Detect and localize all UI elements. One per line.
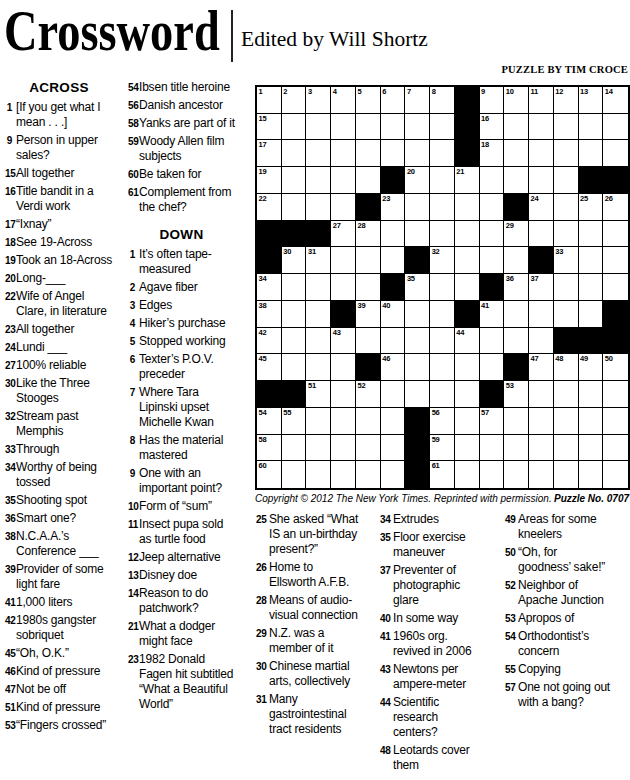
grid-cell-r15c10[interactable] [480,461,505,488]
grid-cell-r10c11[interactable] [504,328,529,355]
grid-cell-r2c15[interactable] [603,114,628,141]
grid-cell-r14c13[interactable] [554,435,579,462]
grid-cell-r15c9[interactable] [455,461,480,488]
grid-cell-r7c11[interactable] [504,247,529,274]
cell-number: 41 [481,301,489,310]
grid-cell-r10c1[interactable]: 42 [257,328,282,355]
grid-cell-r13c8[interactable]: 56 [430,408,455,435]
cell-number: 5 [357,87,361,96]
grid-cell-r2c6[interactable] [381,114,406,141]
grid-cell-r2c8[interactable] [430,114,455,141]
grid-cell-r6c15[interactable] [603,221,628,248]
grid-cell-r11c10[interactable] [480,354,505,381]
clue-text: Insect pupa sold as turtle food [139,517,235,547]
clue-down-29: 29N.Z. was a member of it [256,626,361,656]
grid-cell-r4c1[interactable]: 19 [257,167,282,194]
grid-cell-r9c8[interactable] [430,301,455,328]
grid-cell-r15c5[interactable] [356,461,381,488]
clue-text: Smart one? [16,511,113,526]
grid-cell-r3c15[interactable] [603,140,628,167]
grid-cell-r13c11[interactable] [504,408,529,435]
clue-number: 1 [5,100,16,130]
grid-cell-r11c6[interactable]: 46 [381,354,406,381]
clue-text: Like the Three Stooges [16,376,113,406]
clue-number: 20 [5,271,16,286]
clue-text: Home to Ellsworth A.F.B. [269,560,361,590]
grid-cell-r9c6[interactable]: 40 [381,301,406,328]
grid-cell-r4c13[interactable] [554,167,579,194]
grid-cell-r12c13[interactable] [554,381,579,408]
grid-cell-r9c12[interactable] [529,301,554,328]
grid-cell-r2c14[interactable] [579,114,604,141]
grid-cell-r2c2[interactable] [282,114,307,141]
grid-cell-r7c4[interactable] [331,247,356,274]
clue-text: Provider of some light fare [16,562,113,592]
grid-cell-r9c10[interactable]: 41 [480,301,505,328]
grid-cell-r13c12[interactable] [529,408,554,435]
grid-cell-r14c8[interactable]: 59 [430,435,455,462]
clue-number: 35 [380,530,393,560]
grid-cell-r15c2[interactable] [282,461,307,488]
cell-number: 22 [259,194,267,203]
grid-cell-r12c5[interactable]: 52 [356,381,381,408]
grid-cell-r12c9[interactable] [455,381,480,408]
cell-number: 21 [456,167,464,176]
grid-cell-r14c6[interactable] [381,435,406,462]
cell-number: 4 [333,87,337,96]
grid-cell-r8c1[interactable]: 34 [257,274,282,301]
grid-cell-r15c8[interactable]: 61 [430,461,455,488]
clue-down-49: 49Areas for some kneelers [505,512,610,542]
grid-cell-r15c14[interactable] [579,461,604,488]
grid-cell-r7c14[interactable] [579,247,604,274]
clue-number: 34 [380,512,393,527]
grid-cell-r5c10[interactable] [480,194,505,221]
grid-cell-r7c9[interactable] [455,247,480,274]
grid-cell-r14c10[interactable] [480,435,505,462]
grid-cell-r4c3[interactable] [306,167,331,194]
grid-cell-r5c4[interactable] [331,194,356,221]
grid-cell-r3c5[interactable] [356,140,381,167]
grid-cell-r4c12[interactable] [529,167,554,194]
clue-text: Woody Allen film subjects [139,134,235,164]
grid-cell-r15c4[interactable] [331,461,356,488]
grid-cell-r3c11[interactable] [504,140,529,167]
grid-cell-r11c9[interactable] [455,354,480,381]
cell-number: 35 [407,274,415,283]
grid-cell-r4c5[interactable] [356,167,381,194]
grid-cell-r10c10[interactable] [480,328,505,355]
across-clue-list: 1[If you get what I mean . . .]9Person i… [5,100,113,733]
clue-number: 27 [5,358,16,373]
grid-cell-r1c6[interactable]: 6 [381,87,406,114]
grid-cell-r4c11[interactable] [504,167,529,194]
grid-cell-r6c4[interactable]: 27 [331,221,356,248]
grid-cell-r13c6[interactable] [381,408,406,435]
grid-cell-r1c12[interactable]: 11 [529,87,554,114]
clue-number: 23 [5,322,16,337]
clue-number: 2 [128,280,139,295]
clue-number: 54 [505,629,518,659]
grid-cell-r8c14[interactable] [579,274,604,301]
grid-cell-r15c11[interactable] [504,461,529,488]
grid-cell-r6c8[interactable] [430,221,455,248]
cell-number: 7 [407,87,411,96]
grid-cell-r6c12[interactable] [529,221,554,248]
grid-cell-r11c2[interactable] [282,354,307,381]
grid-cell-r7c2[interactable]: 30 [282,247,307,274]
clue-text: Stopped working [139,334,235,349]
grid-cell-r8c12[interactable]: 37 [529,274,554,301]
crossword-grid: 1234567891011121314151617181920212223242… [255,85,630,490]
grid-cell-r8c4[interactable] [331,274,356,301]
black-square [405,435,430,462]
grid-cell-r6c11[interactable]: 29 [504,221,529,248]
grid-cell-r3c4[interactable] [331,140,356,167]
grid-cell-r1c15[interactable]: 14 [603,87,628,114]
clue-number: 45 [5,646,16,661]
cell-number: 38 [259,301,267,310]
grid-cell-r14c11[interactable] [504,435,529,462]
clue-down-9: 9One with an important point? [128,466,235,496]
cell-number: 19 [259,167,267,176]
cell-number: 20 [407,167,415,176]
clue-number: 39 [5,562,16,592]
grid-cell-r14c12[interactable] [529,435,554,462]
grid-cell-r11c12[interactable]: 47 [529,354,554,381]
clue-down-50: 50“Oh, for goodness’ sake!” [505,545,610,575]
clue-down-48: 48Leotards cover them [380,743,485,773]
across-header: ACROSS [5,80,113,95]
clue-text: Scientific research centers? [393,695,485,740]
grid-cell-r3c14[interactable] [579,140,604,167]
grid-cell-r13c5[interactable] [356,408,381,435]
grid-cell-r1c13[interactable]: 12 [554,87,579,114]
clue-across-39: 39Provider of some light fare [5,562,113,592]
grid-cell-r2c7[interactable] [405,114,430,141]
clue-across-33: 33Through [5,442,113,457]
clue-number: 3 [128,298,139,313]
grid-cell-r3c3[interactable] [306,140,331,167]
black-square [257,221,282,248]
clue-text: Newtons per ampere-meter [393,662,485,692]
grid-cell-r7c5[interactable] [356,247,381,274]
grid-cell-r13c13[interactable] [554,408,579,435]
grid-cell-r9c2[interactable] [282,301,307,328]
grid-cell-r1c1[interactable]: 1 [257,87,282,114]
grid-cell-r2c5[interactable] [356,114,381,141]
grid-cell-r1c2[interactable]: 2 [282,87,307,114]
grid-cell-r7c13[interactable]: 33 [554,247,579,274]
grid-cell-r9c11[interactable] [504,301,529,328]
edited-by-text: Edited by Will Shortz [241,27,428,52]
grid-cell-r10c3[interactable] [306,328,331,355]
grid-cell-r9c3[interactable] [306,301,331,328]
grid-cell-r9c13[interactable] [554,301,579,328]
grid-cell-r8c9[interactable] [455,274,480,301]
grid-cell-r2c11[interactable] [504,114,529,141]
grid-cell-r13c15[interactable] [603,408,628,435]
clue-number: 30 [5,376,16,406]
clue-number: 58 [128,116,139,131]
grid-cell-r12c15[interactable] [603,381,628,408]
grid-cell-r6c10[interactable] [480,221,505,248]
grid-cell-r3c6[interactable] [381,140,406,167]
clue-down-8: 8Has the material mastered [128,433,235,463]
down-clue-column-2: 34Extrudes35Floor exercise maneuver37Pre… [380,512,485,776]
grid-cell-r8c7[interactable]: 35 [405,274,430,301]
grid-cell-r2c12[interactable] [529,114,554,141]
grid-cell-r1c11[interactable]: 10 [504,87,529,114]
clue-across-23: 23All together [5,322,113,337]
grid-cell-r9c7[interactable] [405,301,430,328]
middle-clue-column: 54Ibsen title heroine56Danish ancestor58… [128,80,235,715]
black-square [331,301,356,328]
grid-cell-r7c8[interactable]: 32 [430,247,455,274]
grid-cell-r1c10[interactable]: 9 [480,87,505,114]
grid-cell-r7c10[interactable] [480,247,505,274]
grid-cell-r13c10[interactable]: 57 [480,408,505,435]
grid-cell-r8c3[interactable] [306,274,331,301]
grid-cell-r2c13[interactable] [554,114,579,141]
grid-cell-r1c4[interactable]: 4 [331,87,356,114]
grid-cell-r5c13[interactable] [554,194,579,221]
grid-cell-r13c14[interactable] [579,408,604,435]
grid-cell-r14c15[interactable] [603,435,628,462]
grid-cell-r5c8[interactable] [430,194,455,221]
grid-cell-r15c15[interactable] [603,461,628,488]
cell-number: 2 [283,87,287,96]
grid-cell-r7c6[interactable] [381,247,406,274]
cell-number: 55 [283,408,291,417]
grid-cell-r8c2[interactable] [282,274,307,301]
grid-cell-r15c3[interactable] [306,461,331,488]
clue-number: 57 [505,680,518,710]
clue-across-30: 30Like the Three Stooges [5,376,113,406]
grid-cell-r12c4[interactable] [331,381,356,408]
grid-cell-r11c15[interactable]: 50 [603,354,628,381]
grid-cell-r13c9[interactable] [455,408,480,435]
black-square [603,301,628,328]
grid-cell-r5c12[interactable]: 24 [529,194,554,221]
grid-cell-r3c12[interactable] [529,140,554,167]
grid-cell-r12c12[interactable] [529,381,554,408]
grid-cell-r2c1[interactable]: 15 [257,114,282,141]
grid-cell-r10c7[interactable] [405,328,430,355]
grid-cell-r14c1[interactable]: 58 [257,435,282,462]
grid-cell-r5c9[interactable] [455,194,480,221]
grid-cell-r12c6[interactable] [381,381,406,408]
grid-cell-r14c5[interactable] [356,435,381,462]
black-square [529,247,554,274]
cell-number: 8 [432,87,436,96]
grid-cell-r15c1[interactable]: 60 [257,461,282,488]
grid-cell-r2c3[interactable] [306,114,331,141]
grid-cell-r5c14[interactable]: 25 [579,194,604,221]
grid-cell-r10c2[interactable] [282,328,307,355]
grid-cell-r4c7[interactable]: 20 [405,167,430,194]
grid-cell-r11c8[interactable] [430,354,455,381]
grid-cell-r2c10[interactable]: 16 [480,114,505,141]
clue-number: 11 [128,517,139,547]
grid-cell-r1c7[interactable]: 7 [405,87,430,114]
clue-number: 16 [5,184,16,214]
clue-text: Leotards cover them [393,743,485,773]
grid-cell-r10c4[interactable]: 43 [331,328,356,355]
grid-cell-r4c10[interactable] [480,167,505,194]
grid-cell-r14c2[interactable] [282,435,307,462]
grid-cell-r15c12[interactable] [529,461,554,488]
grid-cell-r9c5[interactable]: 39 [356,301,381,328]
grid-cell-r6c13[interactable] [554,221,579,248]
clue-down-1: 1It’s often tape-measured [128,247,235,277]
grid-cell-r1c5[interactable]: 5 [356,87,381,114]
grid-cell-r12c8[interactable] [430,381,455,408]
grid-cell-r7c3[interactable]: 31 [306,247,331,274]
clue-number: 9 [5,133,16,163]
grid-cell-r5c3[interactable] [306,194,331,221]
grid-cell-r11c3[interactable] [306,354,331,381]
clue-text: Reason to do patchwork? [139,586,235,616]
grid-cell-r13c2[interactable]: 55 [282,408,307,435]
grid-cell-r14c3[interactable] [306,435,331,462]
grid-cell-r11c4[interactable] [331,354,356,381]
grid-cell-r5c6[interactable]: 23 [381,194,406,221]
grid-cell-r3c1[interactable]: 17 [257,140,282,167]
grid-cell-r10c6[interactable] [381,328,406,355]
grid-cell-r5c2[interactable] [282,194,307,221]
clue-down-55: 55Copying [505,662,610,677]
clue-number: 8 [128,433,139,463]
clue-number: 6 [128,352,139,382]
black-square [480,274,505,301]
grid-cell-r5c7[interactable] [405,194,430,221]
grid-cell-r15c13[interactable] [554,461,579,488]
grid-cell-r15c6[interactable] [381,461,406,488]
grid-cell-r4c8[interactable] [430,167,455,194]
cell-number: 14 [605,87,613,96]
grid-cell-r8c15[interactable] [603,274,628,301]
across-clue-list-continued: 54Ibsen title heroine56Danish ancestor58… [128,80,235,215]
clue-across-47: 47Not be off [5,682,113,697]
grid-cell-r8c5[interactable] [356,274,381,301]
grid-cell-r12c7[interactable] [405,381,430,408]
grid-cell-r6c5[interactable]: 28 [356,221,381,248]
cell-number: 6 [382,87,386,96]
grid-cell-r8c8[interactable] [430,274,455,301]
cell-number: 26 [605,194,613,203]
black-square [381,274,406,301]
puzzle-byline: PUZZLE BY TIM CROCE [501,64,628,75]
grid-cell-r10c8[interactable] [430,328,455,355]
clue-down-14: 14Reason to do patchwork? [128,586,235,616]
grid-cell-r10c5[interactable] [356,328,381,355]
grid-cell-r9c14[interactable] [579,301,604,328]
clue-down-43: 43Newtons per ampere-meter [380,662,485,692]
grid-cell-r4c9[interactable]: 21 [455,167,480,194]
grid-cell-r14c4[interactable] [331,435,356,462]
clue-text: N.Z. was a member of it [269,626,361,656]
cell-number: 51 [308,381,316,390]
clue-text: Neighbor of Apache Junction [518,578,610,608]
grid-cell-r13c1[interactable]: 54 [257,408,282,435]
grid-cell-r6c9[interactable] [455,221,480,248]
grid-cell-r11c13[interactable]: 48 [554,354,579,381]
grid-cell-r8c11[interactable]: 36 [504,274,529,301]
grid-cell-r14c9[interactable] [455,435,480,462]
grid-cell-r10c9[interactable]: 44 [455,328,480,355]
grid-cell-r5c15[interactable]: 26 [603,194,628,221]
black-square [455,140,480,167]
clue-number: 31 [256,692,269,737]
clue-text: Hiker’s purchase [139,316,235,331]
grid-cell-r14c14[interactable] [579,435,604,462]
clue-number: 34 [5,460,16,490]
grid-cell-r1c8[interactable]: 8 [430,87,455,114]
clue-text: [If you get what I mean . . .] [16,100,113,130]
black-square [405,461,430,488]
grid-cell-r1c14[interactable]: 13 [579,87,604,114]
grid-cell-r3c7[interactable] [405,140,430,167]
grid-footer: Copyright © 2012 The New York Times. Rep… [255,493,629,504]
grid-cell-r4c4[interactable] [331,167,356,194]
clue-number: 44 [380,695,393,740]
clue-text: In some way [393,611,485,626]
grid-cell-r3c8[interactable] [430,140,455,167]
grid-cell-r4c2[interactable] [282,167,307,194]
cell-number: 18 [481,140,489,149]
cell-number: 53 [506,381,514,390]
cell-number: 23 [382,194,390,203]
clue-number: 24 [5,340,16,355]
grid-cell-r3c10[interactable]: 18 [480,140,505,167]
grid-cell-r1c3[interactable]: 3 [306,87,331,114]
clue-text: Took an 18-Across [16,253,113,268]
grid-cell-r6c6[interactable] [381,221,406,248]
grid-cell-r13c3[interactable] [306,408,331,435]
grid-cell-r5c1[interactable]: 22 [257,194,282,221]
clue-number: 55 [505,662,518,677]
grid-cell-r12c3[interactable]: 51 [306,381,331,408]
clue-across-41: 411,000 liters [5,595,113,610]
clue-text: Texter’s P.O.V. preceder [139,352,235,382]
grid-cell-r12c11[interactable]: 53 [504,381,529,408]
grid-cell-r10c12[interactable] [529,328,554,355]
grid-cell-r8c13[interactable] [554,274,579,301]
clue-across-32: 32Stream past Memphis [5,409,113,439]
grid-cell-r9c1[interactable]: 38 [257,301,282,328]
clue-across-38: 38N.C.A.A.’s Conference ___ [5,529,113,559]
clue-down-37: 37Preventer of photographic glare [380,563,485,608]
grid-cell-r11c14[interactable]: 49 [579,354,604,381]
clue-number: 19 [5,253,16,268]
clue-number: 53 [5,718,16,733]
grid-cell-r3c2[interactable] [282,140,307,167]
grid-cell-r3c13[interactable] [554,140,579,167]
grid-cell-r6c7[interactable] [405,221,430,248]
grid-cell-r12c14[interactable] [579,381,604,408]
grid-cell-r13c4[interactable] [331,408,356,435]
grid-cell-r11c1[interactable]: 45 [257,354,282,381]
black-square [579,167,604,194]
grid-cell-r11c7[interactable] [405,354,430,381]
clue-number: 30 [256,659,269,689]
grid-cell-r7c15[interactable] [603,247,628,274]
grid-cell-r2c4[interactable] [331,114,356,141]
grid-cell-r6c14[interactable] [579,221,604,248]
clue-number: 18 [5,235,16,250]
clue-text: Worthy of being tossed [16,460,113,490]
